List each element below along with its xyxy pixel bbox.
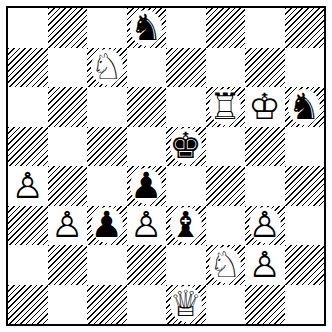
square-b2[interactable] xyxy=(48,245,88,285)
square-a6[interactable] xyxy=(8,87,48,127)
white-pawn[interactable]: ♙ xyxy=(51,207,83,243)
board-frame: ♞♘♖♔♞♚♙♟♙♟♙♝♙♘♙♕ xyxy=(6,6,326,326)
square-d8[interactable]: ♞ xyxy=(127,8,167,48)
square-f4[interactable] xyxy=(206,166,246,206)
square-b4[interactable] xyxy=(48,166,88,206)
square-f7[interactable] xyxy=(206,48,246,88)
square-a1[interactable] xyxy=(8,285,48,325)
white-queen[interactable]: ♕ xyxy=(170,286,202,322)
square-b1[interactable] xyxy=(48,285,88,325)
square-b7[interactable] xyxy=(48,48,88,88)
square-f3[interactable] xyxy=(206,206,246,246)
square-f1[interactable] xyxy=(206,285,246,325)
black-pawn[interactable]: ♟ xyxy=(130,168,162,204)
square-g8[interactable] xyxy=(245,8,285,48)
chess-board: ♞♘♖♔♞♚♙♟♙♟♙♝♙♘♙♕ xyxy=(8,8,324,324)
square-h5[interactable] xyxy=(285,127,325,167)
square-g7[interactable] xyxy=(245,48,285,88)
square-a7[interactable] xyxy=(8,48,48,88)
black-pawn[interactable]: ♟ xyxy=(91,207,123,243)
square-e1[interactable]: ♕ xyxy=(166,285,206,325)
white-king[interactable]: ♔ xyxy=(249,89,281,125)
square-a2[interactable] xyxy=(8,245,48,285)
square-g2[interactable]: ♙ xyxy=(245,245,285,285)
black-knight[interactable]: ♞ xyxy=(288,89,320,125)
square-c6[interactable] xyxy=(87,87,127,127)
white-pawn[interactable]: ♙ xyxy=(12,168,44,204)
black-bishop[interactable]: ♝ xyxy=(170,207,202,243)
square-h2[interactable] xyxy=(285,245,325,285)
square-b8[interactable] xyxy=(48,8,88,48)
square-e4[interactable] xyxy=(166,166,206,206)
square-c2[interactable] xyxy=(87,245,127,285)
square-d7[interactable] xyxy=(127,48,167,88)
square-e7[interactable] xyxy=(166,48,206,88)
square-c8[interactable] xyxy=(87,8,127,48)
white-pawn[interactable]: ♙ xyxy=(249,247,281,283)
white-knight[interactable]: ♘ xyxy=(209,247,241,283)
square-c3[interactable]: ♟ xyxy=(87,206,127,246)
square-e2[interactable] xyxy=(166,245,206,285)
square-h8[interactable] xyxy=(285,8,325,48)
square-b6[interactable] xyxy=(48,87,88,127)
square-c4[interactable] xyxy=(87,166,127,206)
square-d1[interactable] xyxy=(127,285,167,325)
square-d2[interactable] xyxy=(127,245,167,285)
white-knight[interactable]: ♘ xyxy=(91,49,123,85)
square-d3[interactable]: ♙ xyxy=(127,206,167,246)
square-c7[interactable]: ♘ xyxy=(87,48,127,88)
square-a3[interactable] xyxy=(8,206,48,246)
square-e5[interactable]: ♚ xyxy=(166,127,206,167)
black-knight[interactable]: ♞ xyxy=(130,10,162,46)
square-g5[interactable] xyxy=(245,127,285,167)
square-d5[interactable] xyxy=(127,127,167,167)
square-g4[interactable] xyxy=(245,166,285,206)
square-a4[interactable]: ♙ xyxy=(8,166,48,206)
square-a5[interactable] xyxy=(8,127,48,167)
square-f5[interactable] xyxy=(206,127,246,167)
square-g3[interactable]: ♙ xyxy=(245,206,285,246)
square-c1[interactable] xyxy=(87,285,127,325)
square-a8[interactable] xyxy=(8,8,48,48)
square-b5[interactable] xyxy=(48,127,88,167)
square-f8[interactable] xyxy=(206,8,246,48)
white-pawn[interactable]: ♙ xyxy=(249,207,281,243)
square-c5[interactable] xyxy=(87,127,127,167)
square-h3[interactable] xyxy=(285,206,325,246)
square-e6[interactable] xyxy=(166,87,206,127)
square-h1[interactable] xyxy=(285,285,325,325)
square-h4[interactable] xyxy=(285,166,325,206)
square-g6[interactable]: ♔ xyxy=(245,87,285,127)
white-rook[interactable]: ♖ xyxy=(209,89,241,125)
square-e3[interactable]: ♝ xyxy=(166,206,206,246)
square-f6[interactable]: ♖ xyxy=(206,87,246,127)
white-pawn[interactable]: ♙ xyxy=(130,207,162,243)
square-d6[interactable] xyxy=(127,87,167,127)
square-f2[interactable]: ♘ xyxy=(206,245,246,285)
square-e8[interactable] xyxy=(166,8,206,48)
square-d4[interactable]: ♟ xyxy=(127,166,167,206)
square-b3[interactable]: ♙ xyxy=(48,206,88,246)
square-h6[interactable]: ♞ xyxy=(285,87,325,127)
black-king[interactable]: ♚ xyxy=(170,128,202,164)
square-h7[interactable] xyxy=(285,48,325,88)
square-g1[interactable] xyxy=(245,285,285,325)
